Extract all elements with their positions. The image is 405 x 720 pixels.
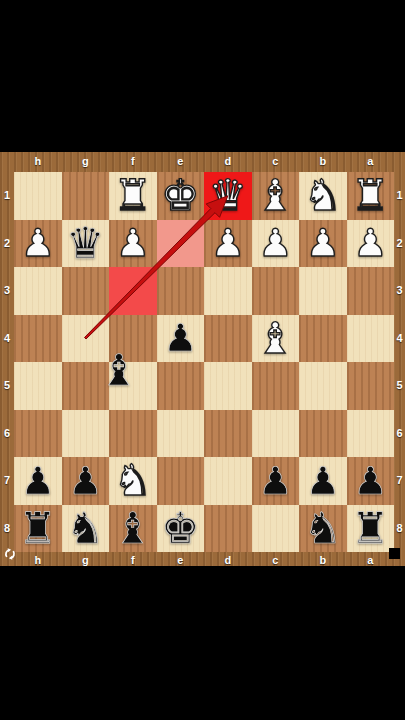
piece-black-pawn-g7[interactable]: ♟ [62,457,110,505]
rank-label-left-2: 2 [0,237,14,249]
file-label-top-c: c [252,155,300,167]
flip-board-icon[interactable] [3,547,17,561]
piece-black-bishop-moving-c8-g4[interactable]: ♝ [95,346,143,394]
square-c6[interactable] [252,410,300,458]
piece-white-king-e1[interactable]: ♚ [157,172,205,220]
file-label-bottom-e: e [157,554,205,566]
piece-white-pawn-a2[interactable]: ♟ [347,220,395,268]
square-b7[interactable]: ♟ [299,457,347,505]
square-e7[interactable] [157,457,205,505]
square-h3[interactable] [14,267,62,315]
square-d7[interactable] [204,457,252,505]
square-d4[interactable] [204,315,252,363]
piece-black-knight-g8[interactable]: ♞ [62,505,110,553]
square-h2[interactable]: ♟ [14,220,62,268]
rank-label-left-6: 6 [0,427,14,439]
square-g3[interactable] [62,267,110,315]
square-f7[interactable]: ♞ [109,457,157,505]
square-b8[interactable]: ♞ [299,505,347,553]
piece-black-bishop-f8[interactable]: ♝ [109,505,157,553]
square-e4[interactable]: ♟ [157,315,205,363]
square-g1[interactable] [62,172,110,220]
square-b6[interactable] [299,410,347,458]
piece-white-pawn-h2[interactable]: ♟ [14,220,62,268]
file-label-top-e: e [157,155,205,167]
square-f3[interactable] [109,267,157,315]
piece-black-pawn-c7[interactable]: ♟ [252,457,300,505]
piece-white-pawn-d2[interactable]: ♟ [204,220,252,268]
square-f6[interactable] [109,410,157,458]
square-h6[interactable] [14,410,62,458]
file-label-bottom-a: a [347,554,395,566]
piece-white-queen-d1[interactable]: ♛ [204,172,252,220]
rank-label-left-4: 4 [0,332,14,344]
rank-label-right-3: 3 [394,284,405,296]
square-b4[interactable] [299,315,347,363]
square-d6[interactable] [204,410,252,458]
piece-black-king-e8[interactable]: ♚ [157,505,205,553]
square-b3[interactable] [299,267,347,315]
rank-label-right-4: 4 [394,332,405,344]
piece-white-knight-b1[interactable]: ♞ [299,172,347,220]
square-d1[interactable]: ♛ [204,172,252,220]
square-c7[interactable]: ♟ [252,457,300,505]
square-d5[interactable] [204,362,252,410]
square-f8[interactable]: ♝ [109,505,157,553]
black-to-move-indicator [389,548,400,559]
file-label-bottom-h: h [14,554,62,566]
file-label-bottom-f: f [109,554,157,566]
file-label-top-d: d [204,155,252,167]
piece-black-knight-b8[interactable]: ♞ [299,505,347,553]
file-label-bottom-d: d [204,554,252,566]
piece-white-pawn-b2[interactable]: ♟ [299,220,347,268]
piece-white-rook-f1[interactable]: ♜ [109,172,157,220]
file-label-top-g: g [62,155,110,167]
square-c3[interactable] [252,267,300,315]
piece-white-bishop-c1[interactable]: ♝ [252,172,300,220]
piece-black-queen-g2[interactable]: ♛ [62,220,110,268]
square-e1[interactable]: ♚ [157,172,205,220]
video-frame: hhggffeeddccbbaa1122334455667788 ♜♚♛♝♞♜♟… [0,0,405,720]
file-label-top-b: b [299,155,347,167]
rank-label-left-5: 5 [0,379,14,391]
piece-white-bishop-c4[interactable]: ♝ [252,315,300,363]
square-c4[interactable]: ♝ [252,315,300,363]
square-g6[interactable] [62,410,110,458]
rank-label-right-2: 2 [394,237,405,249]
square-f1[interactable]: ♜ [109,172,157,220]
square-h4[interactable] [14,315,62,363]
square-b5[interactable] [299,362,347,410]
square-g8[interactable]: ♞ [62,505,110,553]
piece-white-rook-a1[interactable]: ♜ [347,172,395,220]
square-g7[interactable]: ♟ [62,457,110,505]
square-c8[interactable] [252,505,300,553]
square-a6[interactable] [347,410,395,458]
square-e6[interactable] [157,410,205,458]
square-h7[interactable]: ♟ [14,457,62,505]
square-a2[interactable]: ♟ [347,220,395,268]
rank-label-left-3: 3 [0,284,14,296]
square-a3[interactable] [347,267,395,315]
rank-label-left-1: 1 [0,189,14,201]
piece-black-rook-h8[interactable]: ♜ [14,505,62,553]
piece-black-pawn-h7[interactable]: ♟ [14,457,62,505]
file-label-top-h: h [14,155,62,167]
rank-label-right-6: 6 [394,427,405,439]
square-a1[interactable]: ♜ [347,172,395,220]
file-label-top-f: f [109,155,157,167]
square-c1[interactable]: ♝ [252,172,300,220]
square-d2[interactable]: ♟ [204,220,252,268]
square-e2[interactable] [157,220,205,268]
rank-label-left-8: 8 [0,522,14,534]
piece-black-pawn-a7[interactable]: ♟ [347,457,395,505]
square-e8[interactable]: ♚ [157,505,205,553]
square-f2[interactable]: ♟ [109,220,157,268]
square-b2[interactable]: ♟ [299,220,347,268]
chess-board: hhggffeeddccbbaa1122334455667788 ♜♚♛♝♞♜♟… [0,152,405,566]
file-label-bottom-c: c [252,554,300,566]
piece-black-rook-a8[interactable]: ♜ [347,505,395,553]
square-a5[interactable] [347,362,395,410]
square-h5[interactable] [14,362,62,410]
piece-white-pawn-c2[interactable]: ♟ [252,220,300,268]
square-c5[interactable] [252,362,300,410]
file-label-top-a: a [347,155,395,167]
square-d8[interactable] [204,505,252,553]
square-a4[interactable] [347,315,395,363]
square-a8[interactable]: ♜ [347,505,395,553]
piece-black-pawn-b7[interactable]: ♟ [299,457,347,505]
square-b1[interactable]: ♞ [299,172,347,220]
square-h1[interactable] [14,172,62,220]
rank-label-right-5: 5 [394,379,405,391]
square-g2[interactable]: ♛ [62,220,110,268]
square-c2[interactable]: ♟ [252,220,300,268]
square-d3[interactable] [204,267,252,315]
square-a7[interactable]: ♟ [347,457,395,505]
square-e3[interactable] [157,267,205,315]
piece-white-knight-f7[interactable]: ♞ [109,457,157,505]
square-h8[interactable]: ♜ [14,505,62,553]
rank-label-left-7: 7 [0,474,14,486]
rank-label-right-7: 7 [394,474,405,486]
rank-label-right-8: 8 [394,522,405,534]
piece-black-pawn-e4[interactable]: ♟ [157,315,205,363]
file-label-bottom-b: b [299,554,347,566]
square-e5[interactable] [157,362,205,410]
board-grid: ♜♚♛♝♞♜♟♛♟♟♟♟♟♟♝♟♟♞♟♟♟♜♞♝♚♞♜ [14,172,394,552]
file-label-bottom-g: g [62,554,110,566]
piece-white-pawn-f2[interactable]: ♟ [109,220,157,268]
rank-label-right-1: 1 [394,189,405,201]
